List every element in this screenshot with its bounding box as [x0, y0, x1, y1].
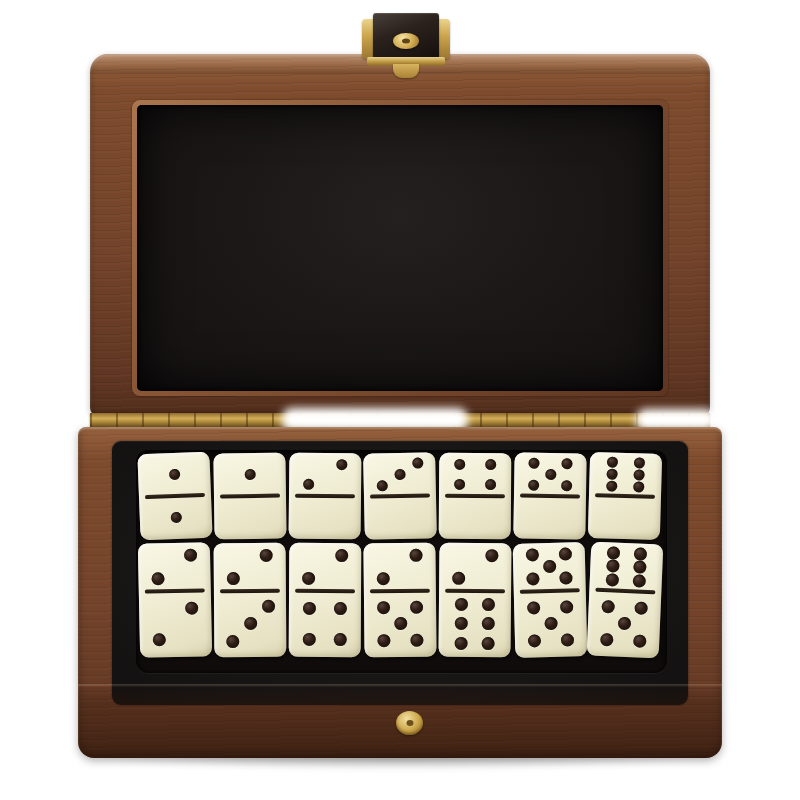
- front-row: [139, 543, 661, 657]
- domino-2-2[interactable]: [138, 542, 212, 657]
- domino-divider-line: [445, 494, 504, 498]
- pip: [601, 600, 615, 614]
- domino-divider-line: [370, 589, 429, 594]
- pip: [377, 634, 390, 647]
- top-half-2-pips: [138, 542, 211, 591]
- top-half-2-pips: [289, 453, 361, 497]
- pip: [528, 479, 539, 490]
- pip: [560, 600, 573, 613]
- pip: [606, 468, 617, 479]
- pip: [452, 572, 465, 585]
- domino-box-photo: [0, 0, 800, 800]
- pip: [412, 457, 423, 468]
- top-half-5-pips: [513, 542, 586, 592]
- domino-2-0[interactable]: [289, 453, 362, 540]
- bottom-half-0-pips: [214, 495, 287, 539]
- pip: [302, 572, 315, 585]
- bottom-half-4-pips: [289, 591, 361, 658]
- pip: [227, 572, 240, 585]
- pip: [410, 601, 423, 614]
- pip: [485, 549, 498, 562]
- top-half-6-pips: [589, 452, 662, 497]
- pip: [454, 636, 467, 649]
- pip: [482, 598, 495, 611]
- pip: [394, 617, 407, 630]
- pip: [561, 458, 572, 469]
- pip: [410, 634, 423, 647]
- pip: [528, 458, 539, 469]
- pip: [605, 573, 619, 587]
- domino-6-0[interactable]: [588, 452, 662, 540]
- pip: [633, 561, 647, 575]
- pip: [559, 548, 572, 561]
- top-half-6-pips: [589, 542, 663, 593]
- domino-6-5[interactable]: [587, 542, 664, 659]
- clasp-tab: [393, 64, 419, 78]
- domino-divider-line: [220, 589, 279, 593]
- pip: [486, 459, 497, 470]
- bottom-half-5-pips: [514, 590, 588, 658]
- pip: [527, 601, 540, 614]
- pip: [543, 560, 556, 573]
- domino-3-0[interactable]: [363, 452, 437, 539]
- bottom-half-0-pips: [513, 495, 586, 539]
- brass-button: [396, 711, 423, 735]
- pip: [168, 469, 179, 480]
- pip: [617, 617, 631, 631]
- pip: [244, 617, 257, 630]
- pip: [633, 575, 647, 589]
- pip: [454, 459, 465, 470]
- pip: [226, 635, 239, 648]
- pip: [185, 601, 198, 614]
- domino-4-0[interactable]: [439, 453, 512, 540]
- pip: [151, 572, 164, 585]
- pip: [545, 469, 556, 480]
- pip: [482, 637, 495, 650]
- top-half-3-pips: [363, 452, 436, 496]
- pip: [482, 617, 495, 630]
- pip: [634, 469, 645, 480]
- pip: [607, 546, 621, 560]
- pip: [634, 601, 648, 615]
- clasp-oval-stud: [393, 33, 419, 49]
- bottom-half-6-pips: [439, 591, 512, 658]
- foam-lining: [112, 441, 688, 705]
- top-half-1-pips: [213, 453, 286, 497]
- pip: [336, 459, 347, 470]
- lid-felt-lining: [137, 105, 663, 391]
- bottom-half-5-pips: [587, 589, 662, 658]
- domino-tray: [136, 450, 667, 673]
- domino-2-3[interactable]: [214, 543, 287, 657]
- pip: [561, 480, 572, 491]
- pip: [303, 602, 316, 615]
- pip: [377, 572, 390, 585]
- top-half-1-pips: [137, 452, 211, 498]
- top-half-2-pips: [439, 543, 511, 592]
- pip: [606, 560, 620, 574]
- pip: [244, 469, 255, 480]
- box-lid: [90, 54, 710, 416]
- pip: [394, 469, 405, 480]
- pip: [606, 481, 617, 492]
- domino-2-5[interactable]: [363, 543, 436, 658]
- pip: [455, 617, 468, 630]
- pip: [410, 549, 423, 562]
- top-half-4-pips: [439, 453, 511, 497]
- top-half-2-pips: [289, 543, 361, 591]
- domino-2-6[interactable]: [439, 543, 512, 658]
- bottom-half-0-pips: [364, 495, 437, 539]
- pip: [334, 602, 347, 615]
- domino-1-0[interactable]: [213, 453, 286, 540]
- domino-1-1[interactable]: [137, 452, 212, 541]
- pip: [260, 549, 273, 562]
- back-row: [139, 453, 661, 539]
- pip: [377, 601, 390, 614]
- top-half-2-pips: [214, 543, 286, 591]
- pip: [170, 512, 181, 523]
- pip: [526, 549, 539, 562]
- pip: [633, 482, 644, 493]
- pip: [262, 600, 275, 613]
- clasp-stud-center: [402, 39, 410, 44]
- domino-divider-line: [446, 589, 505, 594]
- pip: [485, 479, 496, 490]
- pip: [454, 479, 465, 490]
- pip: [153, 634, 166, 647]
- domino-5-0[interactable]: [513, 452, 586, 539]
- domino-2-4[interactable]: [289, 543, 362, 657]
- bottom-half-5-pips: [364, 590, 437, 657]
- top-half-5-pips: [514, 452, 587, 496]
- pip: [335, 549, 348, 562]
- lid-inner-bevel: [132, 100, 668, 396]
- pip: [334, 633, 347, 646]
- pip: [302, 633, 315, 646]
- domino-divider-line: [220, 494, 279, 499]
- pip: [607, 456, 618, 467]
- domino-divider-line: [296, 589, 355, 593]
- pip: [634, 457, 645, 468]
- bottom-half-1-pips: [139, 495, 213, 541]
- pip: [559, 572, 572, 585]
- pip: [634, 547, 648, 561]
- pip: [528, 634, 541, 647]
- pip: [184, 548, 197, 561]
- pip: [561, 633, 574, 646]
- box-base: [78, 427, 722, 758]
- clasp-latch: [362, 6, 450, 78]
- domino-divider-line: [295, 494, 354, 499]
- top-half-2-pips: [363, 543, 435, 592]
- pip: [303, 479, 314, 490]
- bottom-half-0-pips: [439, 496, 511, 540]
- pip: [526, 573, 539, 586]
- domino-5-5[interactable]: [513, 542, 588, 658]
- pip: [544, 617, 557, 630]
- bottom-half-3-pips: [214, 591, 286, 658]
- pip: [633, 634, 647, 648]
- bottom-half-0-pips: [289, 496, 361, 540]
- pip: [376, 480, 387, 491]
- bottom-half-0-pips: [588, 495, 661, 540]
- piano-hinge: [90, 413, 710, 427]
- bottom-half-2-pips: [139, 590, 212, 658]
- pip: [600, 633, 614, 647]
- pip: [455, 598, 468, 611]
